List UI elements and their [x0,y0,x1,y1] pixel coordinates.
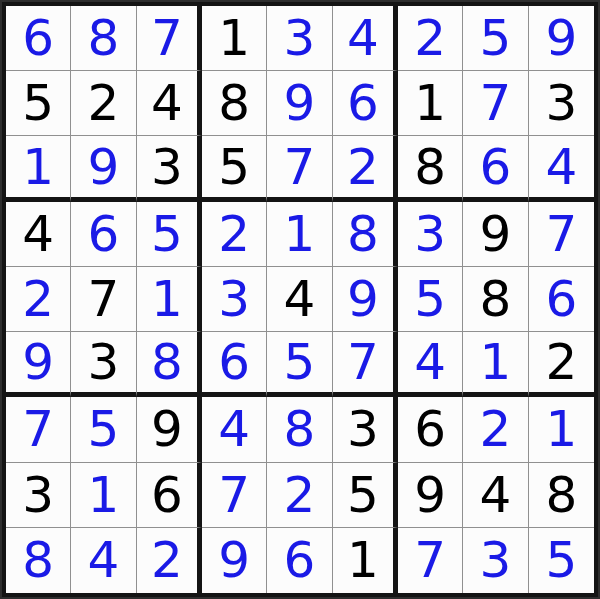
cell-r2c6[interactable]: 6 [333,71,398,136]
cell-r5c7[interactable]: 5 [398,267,463,332]
cell-r2c2[interactable]: 2 [71,71,136,136]
cell-r5c4[interactable]: 3 [202,267,267,332]
cell-r2c4[interactable]: 8 [202,71,267,136]
cell-r3c4[interactable]: 5 [202,136,267,201]
cell-r6c7[interactable]: 4 [398,332,463,397]
cell-r7c8[interactable]: 2 [463,397,528,462]
cell-r3c5[interactable]: 7 [267,136,332,201]
cell-r8c9[interactable]: 8 [529,463,594,528]
cell-r1c4[interactable]: 1 [202,6,267,71]
cell-r2c1[interactable]: 5 [6,71,71,136]
cell-r9c1[interactable]: 8 [6,528,71,593]
cell-r5c9[interactable]: 6 [529,267,594,332]
cell-r9c4[interactable]: 9 [202,528,267,593]
cell-r6c1[interactable]: 9 [6,332,71,397]
cell-r3c8[interactable]: 6 [463,136,528,201]
cell-r3c6[interactable]: 2 [333,136,398,201]
cell-r9c8[interactable]: 3 [463,528,528,593]
cell-r6c8[interactable]: 1 [463,332,528,397]
cell-r7c2[interactable]: 5 [71,397,136,462]
cell-r3c7[interactable]: 8 [398,136,463,201]
cell-r7c5[interactable]: 8 [267,397,332,462]
cell-r6c5[interactable]: 5 [267,332,332,397]
cell-r6c9[interactable]: 2 [529,332,594,397]
cell-r9c5[interactable]: 6 [267,528,332,593]
board-frame: 6871342595248961731935728644652183972713… [0,0,600,599]
cell-r4c7[interactable]: 3 [398,202,463,267]
cell-r1c6[interactable]: 4 [333,6,398,71]
cell-r1c2[interactable]: 8 [71,6,136,71]
cell-r8c8[interactable]: 4 [463,463,528,528]
cell-r7c6[interactable]: 3 [333,397,398,462]
cell-r2c7[interactable]: 1 [398,71,463,136]
cell-r4c5[interactable]: 1 [267,202,332,267]
cell-r3c3[interactable]: 3 [137,136,202,201]
cell-r5c1[interactable]: 2 [6,267,71,332]
cell-r6c3[interactable]: 8 [137,332,202,397]
cell-r8c3[interactable]: 6 [137,463,202,528]
cell-r1c1[interactable]: 6 [6,6,71,71]
cell-r6c4[interactable]: 6 [202,332,267,397]
cell-r6c2[interactable]: 3 [71,332,136,397]
cell-r4c1[interactable]: 4 [6,202,71,267]
cell-r2c3[interactable]: 4 [137,71,202,136]
cell-r1c3[interactable]: 7 [137,6,202,71]
cell-r3c1[interactable]: 1 [6,136,71,201]
cell-r4c2[interactable]: 6 [71,202,136,267]
cell-r4c4[interactable]: 2 [202,202,267,267]
cell-r8c7[interactable]: 9 [398,463,463,528]
cell-r8c1[interactable]: 3 [6,463,71,528]
sudoku-board: 6871342595248961731935728644652183972713… [2,2,598,597]
cell-r9c3[interactable]: 2 [137,528,202,593]
cell-r5c5[interactable]: 4 [267,267,332,332]
cell-r8c2[interactable]: 1 [71,463,136,528]
cell-r8c5[interactable]: 2 [267,463,332,528]
cell-r7c9[interactable]: 1 [529,397,594,462]
cell-r4c3[interactable]: 5 [137,202,202,267]
cell-r1c8[interactable]: 5 [463,6,528,71]
cell-r1c5[interactable]: 3 [267,6,332,71]
cell-r2c9[interactable]: 3 [529,71,594,136]
cell-r4c9[interactable]: 7 [529,202,594,267]
cell-r9c9[interactable]: 5 [529,528,594,593]
cell-r5c6[interactable]: 9 [333,267,398,332]
cell-r8c4[interactable]: 7 [202,463,267,528]
cell-r8c6[interactable]: 5 [333,463,398,528]
cell-r9c7[interactable]: 7 [398,528,463,593]
cell-r5c2[interactable]: 7 [71,267,136,332]
cell-r4c6[interactable]: 8 [333,202,398,267]
cell-r3c2[interactable]: 9 [71,136,136,201]
cell-r9c6[interactable]: 1 [333,528,398,593]
cell-r7c1[interactable]: 7 [6,397,71,462]
cell-r2c8[interactable]: 7 [463,71,528,136]
cell-r7c4[interactable]: 4 [202,397,267,462]
cell-r5c8[interactable]: 8 [463,267,528,332]
cell-r3c9[interactable]: 4 [529,136,594,201]
cell-r1c9[interactable]: 9 [529,6,594,71]
cell-r6c6[interactable]: 7 [333,332,398,397]
cell-r1c7[interactable]: 2 [398,6,463,71]
cell-r9c2[interactable]: 4 [71,528,136,593]
cell-r4c8[interactable]: 9 [463,202,528,267]
cell-r5c3[interactable]: 1 [137,267,202,332]
cell-r7c7[interactable]: 6 [398,397,463,462]
cell-r7c3[interactable]: 9 [137,397,202,462]
cell-r2c5[interactable]: 9 [267,71,332,136]
